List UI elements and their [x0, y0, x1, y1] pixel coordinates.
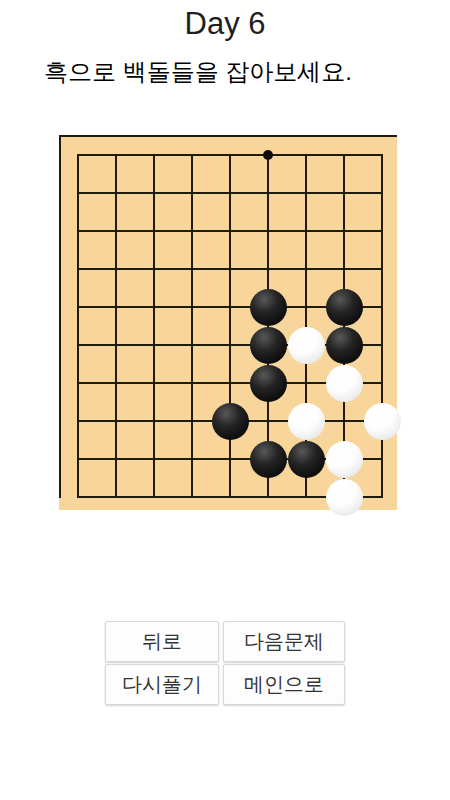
board-crop-edge-top: [59, 135, 397, 137]
stone-white: [326, 441, 363, 478]
next-problem-button[interactable]: 다음문제: [223, 621, 345, 662]
stone-black: [326, 289, 363, 326]
stone-white: [326, 365, 363, 402]
stone-black: [288, 441, 325, 478]
go-board[interactable]: [59, 135, 397, 510]
stone-black: [212, 403, 249, 440]
instruction-text: 흑으로 백돌들을 잡아보세요.: [44, 55, 352, 89]
star-point: [263, 150, 273, 160]
button-panel: 뒤로 다음문제 다시풀기 메인으로: [0, 621, 450, 705]
page-title: Day 6: [0, 6, 450, 42]
button-row-1: 뒤로 다음문제: [105, 621, 345, 662]
board-crop-edge-left: [59, 135, 61, 498]
retry-button[interactable]: 다시풀기: [105, 664, 219, 705]
to-main-button[interactable]: 메인으로: [223, 664, 345, 705]
back-button[interactable]: 뒤로: [105, 621, 219, 662]
stone-white: [288, 403, 325, 440]
stone-black: [326, 327, 363, 364]
button-row-2: 다시풀기 메인으로: [105, 664, 345, 705]
stone-black: [250, 327, 287, 364]
stone-white: [288, 327, 325, 364]
stone-white: [364, 403, 401, 440]
stone-black: [250, 365, 287, 402]
stone-black: [250, 289, 287, 326]
stone-black: [250, 441, 287, 478]
stone-white: [326, 479, 363, 516]
